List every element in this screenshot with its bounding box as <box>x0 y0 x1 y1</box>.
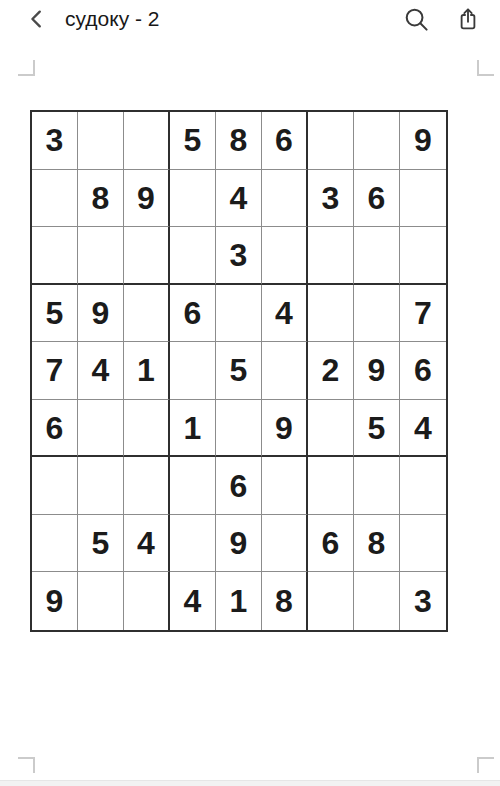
cell-r8c2: 5 <box>78 515 124 573</box>
cell-r5c4 <box>170 342 216 400</box>
cell-r9c9: 3 <box>400 572 446 630</box>
cell-r3c6 <box>262 227 308 285</box>
cell-r3c4 <box>170 227 216 285</box>
cell-r3c8 <box>354 227 400 285</box>
cell-r1c1: 3 <box>32 112 78 170</box>
cell-r2c6 <box>262 170 308 228</box>
cell-r1c5: 8 <box>216 112 262 170</box>
cell-r4c8 <box>354 285 400 343</box>
cell-r6c8: 5 <box>354 400 400 458</box>
cell-r7c7 <box>308 457 354 515</box>
cell-r9c5: 1 <box>216 572 262 630</box>
search-button[interactable] <box>400 3 432 35</box>
cell-r5c1: 7 <box>32 342 78 400</box>
share-button[interactable] <box>452 3 484 35</box>
cell-r1c6: 6 <box>262 112 308 170</box>
cell-r5c9: 6 <box>400 342 446 400</box>
crop-corner-top-left <box>18 60 35 76</box>
cell-r2c2: 8 <box>78 170 124 228</box>
cell-r3c1 <box>32 227 78 285</box>
cell-r2c5: 4 <box>216 170 262 228</box>
cell-r2c3: 9 <box>124 170 170 228</box>
cell-r6c4: 1 <box>170 400 216 458</box>
cell-r8c1 <box>32 515 78 573</box>
cell-r6c9: 4 <box>400 400 446 458</box>
cell-r3c9 <box>400 227 446 285</box>
cell-r9c6: 8 <box>262 572 308 630</box>
cell-r6c6: 9 <box>262 400 308 458</box>
crop-corner-top-right <box>477 60 494 76</box>
cell-r2c1 <box>32 170 78 228</box>
cell-r7c4 <box>170 457 216 515</box>
cell-r9c2 <box>78 572 124 630</box>
sudoku-board[interactable]: 358698943635964774152966195465496894183 <box>30 110 448 632</box>
cell-r5c5: 5 <box>216 342 262 400</box>
cell-r8c7: 6 <box>308 515 354 573</box>
cell-r6c7 <box>308 400 354 458</box>
cell-r7c3 <box>124 457 170 515</box>
cell-r8c3: 4 <box>124 515 170 573</box>
cell-r8c5: 9 <box>216 515 262 573</box>
cell-r4c1: 5 <box>32 285 78 343</box>
page-title: судоку - 2 <box>65 7 400 31</box>
cell-r2c4 <box>170 170 216 228</box>
cell-r9c4: 4 <box>170 572 216 630</box>
crop-corner-bottom-left <box>18 757 35 773</box>
crop-corner-bottom-right <box>477 757 494 773</box>
cell-r6c5 <box>216 400 262 458</box>
cell-r7c9 <box>400 457 446 515</box>
cell-r7c8 <box>354 457 400 515</box>
cell-r4c2: 9 <box>78 285 124 343</box>
cell-r3c3 <box>124 227 170 285</box>
cell-r1c4: 5 <box>170 112 216 170</box>
cell-r3c7 <box>308 227 354 285</box>
cell-r7c5: 6 <box>216 457 262 515</box>
cell-r2c8: 6 <box>354 170 400 228</box>
cell-r4c5 <box>216 285 262 343</box>
search-icon <box>403 6 430 33</box>
cell-r8c4 <box>170 515 216 573</box>
cell-r7c1 <box>32 457 78 515</box>
cell-r6c1: 6 <box>32 400 78 458</box>
cell-r6c2 <box>78 400 124 458</box>
cell-r5c8: 9 <box>354 342 400 400</box>
cell-r4c3 <box>124 285 170 343</box>
cell-r8c9 <box>400 515 446 573</box>
cell-r6c3 <box>124 400 170 458</box>
cell-r3c2 <box>78 227 124 285</box>
app-bar: судоку - 2 <box>0 0 500 38</box>
cell-r5c3: 1 <box>124 342 170 400</box>
chevron-left-icon <box>26 8 48 30</box>
cell-r1c3 <box>124 112 170 170</box>
cell-r9c3 <box>124 572 170 630</box>
cell-r2c7: 3 <box>308 170 354 228</box>
cell-r3c5: 3 <box>216 227 262 285</box>
cell-r5c7: 2 <box>308 342 354 400</box>
cell-r7c6 <box>262 457 308 515</box>
back-button[interactable] <box>24 6 50 32</box>
cell-r2c9 <box>400 170 446 228</box>
cell-r1c7 <box>308 112 354 170</box>
cell-r9c1: 9 <box>32 572 78 630</box>
cell-r4c9: 7 <box>400 285 446 343</box>
cell-r9c7 <box>308 572 354 630</box>
cell-r5c2: 4 <box>78 342 124 400</box>
cell-r1c9: 9 <box>400 112 446 170</box>
cell-r4c6: 4 <box>262 285 308 343</box>
bottom-strip <box>0 780 500 786</box>
cell-r7c2 <box>78 457 124 515</box>
cell-r5c6 <box>262 342 308 400</box>
cell-r1c2 <box>78 112 124 170</box>
share-icon <box>455 6 481 32</box>
cell-r4c4: 6 <box>170 285 216 343</box>
cell-r1c8 <box>354 112 400 170</box>
cell-r8c6 <box>262 515 308 573</box>
cell-r4c7 <box>308 285 354 343</box>
cell-r9c8 <box>354 572 400 630</box>
cell-r8c8: 8 <box>354 515 400 573</box>
